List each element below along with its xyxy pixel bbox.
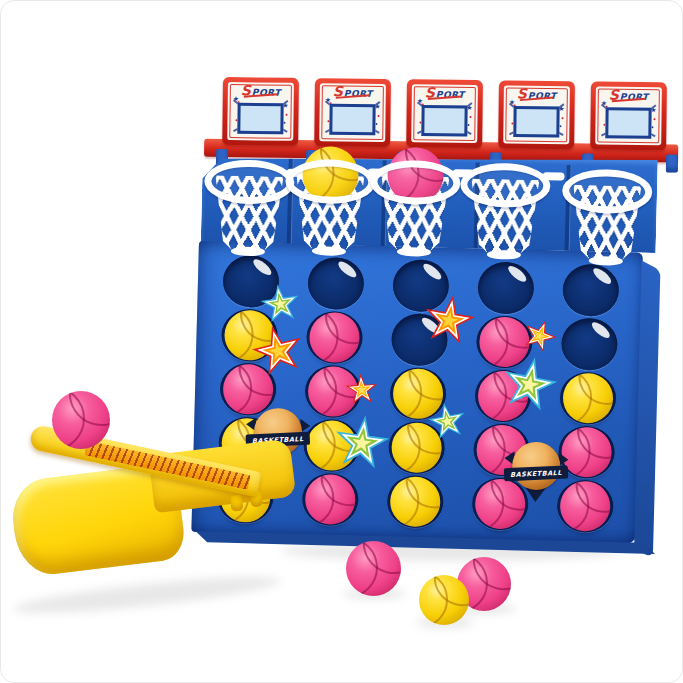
basket-base xyxy=(397,247,431,257)
basket-base xyxy=(231,247,265,257)
ball-pink[interactable] xyxy=(346,541,401,596)
star-decal-icon: ★ xyxy=(417,97,423,105)
basket-4[interactable] xyxy=(459,162,551,260)
basket-rim xyxy=(562,168,653,214)
basket-rim xyxy=(460,162,551,208)
backboard: SPORT★★ xyxy=(498,80,575,149)
backboard-screen xyxy=(513,106,559,138)
basket-rim xyxy=(285,159,376,205)
backboard-panel: SPORT★★ xyxy=(319,83,386,142)
backboard-screen xyxy=(237,103,283,135)
star-decal-icon: ★ xyxy=(558,105,564,113)
star-decal-icon: ★ xyxy=(601,100,607,108)
backboard: SPORT★★ xyxy=(222,77,299,146)
star-decal-icon: ★ xyxy=(650,106,656,114)
basket-3[interactable] xyxy=(369,159,461,257)
backboard-panel: SPORT★★ xyxy=(595,87,662,146)
sport-logo-rest: PORT xyxy=(344,88,373,98)
star-decal-icon: ★ xyxy=(325,96,331,104)
star-sticker xyxy=(344,372,379,407)
baskets-row xyxy=(204,151,676,271)
sport-logo-initial: S xyxy=(241,82,251,98)
backboard-panel: SPORT★★ xyxy=(411,84,478,143)
basket-5[interactable] xyxy=(561,168,653,266)
basket-base xyxy=(312,246,346,256)
backboard: SPORT★★ xyxy=(314,78,391,147)
backboards-row: SPORT★★SPORT★★SPORT★★SPORT★★SPORT★★ xyxy=(222,77,667,150)
sport-logo-rest: PORT xyxy=(252,87,281,97)
sport-logo-rest: PORT xyxy=(436,90,465,100)
star-decal-icon: ★ xyxy=(466,104,472,112)
basketball-badge: BASKETBALL xyxy=(507,439,565,502)
basket-base xyxy=(487,250,521,260)
backboard-panel: SPORT★★ xyxy=(503,85,570,144)
star-sticker xyxy=(419,291,479,351)
star-sticker xyxy=(496,352,562,418)
launcher-ball[interactable] xyxy=(52,391,110,449)
star-sticker xyxy=(425,399,469,443)
backboard-screen xyxy=(329,104,375,136)
sport-logo-initial: S xyxy=(333,83,343,99)
star-sticker xyxy=(247,320,310,383)
star-decal-icon: ★ xyxy=(282,102,288,110)
basket-2[interactable] xyxy=(284,159,376,257)
sport-logo-initial: S xyxy=(517,86,527,102)
sport-logo-initial: S xyxy=(609,87,619,103)
basket-base xyxy=(589,256,623,266)
backboard: SPORT★★ xyxy=(406,79,483,148)
basket-rim xyxy=(204,159,295,205)
star-decal-icon: ★ xyxy=(509,98,515,106)
sport-logo-rest: PORT xyxy=(620,92,649,102)
star-sticker xyxy=(518,314,562,358)
ball-yellow[interactable] xyxy=(419,575,469,625)
sport-logo-initial: S xyxy=(425,84,435,100)
backboard: SPORT★★ xyxy=(590,81,667,150)
star-sticker xyxy=(330,412,393,475)
backboard-panel: SPORT★★ xyxy=(227,82,294,141)
product-photo: SPORT★★SPORT★★SPORT★★SPORT★★SPORT★★ BASK… xyxy=(0,0,683,683)
basket-rim xyxy=(370,159,461,205)
basket-1[interactable] xyxy=(203,159,295,257)
backboard-screen xyxy=(421,105,467,137)
star-decal-icon: ★ xyxy=(374,103,380,111)
sport-logo-rest: PORT xyxy=(528,91,557,101)
backboard-screen xyxy=(605,107,651,139)
ball-launcher[interactable] xyxy=(1,381,311,611)
badge-label: BASKETBALL xyxy=(510,468,562,478)
launcher-hinge-prong xyxy=(230,495,244,512)
badge-band: BASKETBALL xyxy=(504,466,569,482)
star-decal-icon: ★ xyxy=(233,95,239,103)
